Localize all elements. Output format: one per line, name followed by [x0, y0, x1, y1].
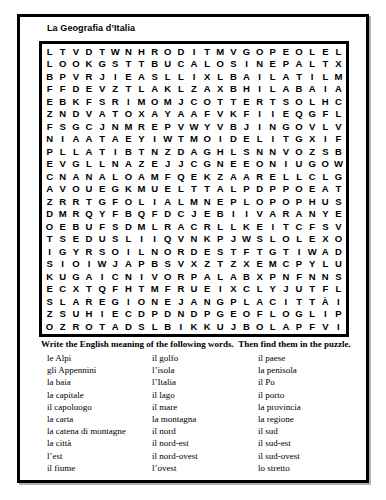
grid-cell: Z [201, 258, 214, 271]
grid-cell: I [96, 308, 109, 321]
grid-cell: O [292, 145, 305, 158]
grid-cell: A [187, 58, 200, 71]
grid-cell: L [122, 233, 135, 246]
grid-cell: I [109, 145, 122, 158]
word-list-item: lo stretto [258, 462, 301, 474]
grid-cell: G [69, 270, 82, 283]
grid-cell: A [96, 108, 109, 121]
grid-cell: J [174, 295, 187, 308]
grid-cell: Z [135, 158, 148, 171]
grid-cell: C [187, 95, 200, 108]
grid-cell: Y [201, 120, 214, 133]
word-list-item: l’est [47, 450, 152, 462]
grid-cell: L [227, 183, 240, 196]
grid-cell: X [306, 133, 319, 146]
grid-cell: T [214, 95, 227, 108]
grid-cell: X [69, 283, 82, 296]
grid-cell: T [292, 295, 305, 308]
grid-cell: Z [227, 258, 240, 271]
grid-cell: X [214, 83, 227, 96]
grid-cell: E [279, 45, 292, 58]
grid-cell: T [214, 258, 227, 271]
grid-cell: U [148, 183, 161, 196]
grid-cell: G [96, 58, 109, 71]
grid-cell: A [82, 145, 95, 158]
grid-cell: X [187, 258, 200, 271]
grid-cell: H [82, 308, 95, 321]
grid-cell: E [161, 295, 174, 308]
grid-cell: I [266, 220, 279, 233]
grid-cell: N [82, 170, 95, 183]
grid-cell: H [214, 145, 227, 158]
word-list-item: la carta [47, 413, 152, 425]
grid-cell: I [319, 133, 332, 146]
grid-cell: L [240, 295, 253, 308]
grid-cell: C [109, 270, 122, 283]
grid-cell: G [292, 308, 305, 321]
grid-cell: M [266, 258, 279, 271]
grid-cell: L [319, 120, 332, 133]
grid-cell: U [332, 258, 345, 271]
grid-cell: Z [43, 308, 56, 321]
word-list-item: la baia [47, 376, 152, 388]
grid-cell: O [253, 158, 266, 171]
grid-cell: F [109, 283, 122, 296]
grid-cell: F [253, 308, 266, 321]
grid-cell: O [161, 45, 174, 58]
grid-cell: U [56, 270, 69, 283]
grid-cell: U [292, 283, 305, 296]
grid-cell: I [279, 295, 292, 308]
grid-cell: N [266, 120, 279, 133]
grid-cell: S [161, 258, 174, 271]
grid-cell: T [109, 108, 122, 121]
grid-cell: S [332, 195, 345, 208]
grid-cell: V [319, 320, 332, 333]
grid-cell: O [122, 195, 135, 208]
grid-cell: M [135, 220, 148, 233]
word-list-item: la regione [258, 413, 301, 425]
grid-cell: M [135, 183, 148, 196]
grid-cell: P [332, 308, 345, 321]
word-list-item: la penisola [258, 364, 301, 376]
grid-cell: L [56, 145, 69, 158]
grid-cell: E [161, 183, 174, 196]
grid-cell: L [174, 195, 187, 208]
grid-cell: T [122, 58, 135, 71]
grid-cell: I [332, 295, 345, 308]
grid-cell: I [148, 133, 161, 146]
grid-cell: F [148, 208, 161, 221]
grid-cell: S [109, 233, 122, 246]
grid-cell: X [319, 233, 332, 246]
grid-cell: B [227, 120, 240, 133]
grid-cell: L [109, 170, 122, 183]
grid-cell: N [148, 145, 161, 158]
grid-cell: V [56, 183, 69, 196]
grid-cell: V [306, 120, 319, 133]
grid-cell: N [56, 108, 69, 121]
grid-cell: L [266, 70, 279, 83]
word-list-item: la montagna [152, 413, 258, 425]
grid-cell: M [148, 170, 161, 183]
grid-cell: A [187, 108, 200, 121]
grid-cell: V [332, 120, 345, 133]
grid-cell: A [82, 133, 95, 146]
grid-cell: C [187, 220, 200, 233]
grid-cell: K [201, 170, 214, 183]
grid-cell: H [135, 45, 148, 58]
grid-cell: P [227, 195, 240, 208]
word-list-item: l’isola [152, 364, 258, 376]
grid-cell: N [266, 145, 279, 158]
word-list-column-3: il paesela penisolail Poil portola provi… [258, 352, 301, 474]
grid-cell: C [266, 295, 279, 308]
grid-cell: Q [135, 208, 148, 221]
grid-cell: L [306, 58, 319, 71]
grid-cell: O [148, 95, 161, 108]
grid-cell: U [214, 320, 227, 333]
word-list-item: il lago [152, 389, 258, 401]
grid-cell: Q [161, 233, 174, 246]
grid-cell: N [43, 133, 56, 146]
grid-cell: L [201, 58, 214, 71]
grid-cell: I [56, 133, 69, 146]
grid-cell: G [109, 183, 122, 196]
word-list-item: l’ovest [152, 462, 258, 474]
grid-cell: H [240, 83, 253, 96]
grid-cell: N [122, 270, 135, 283]
grid-cell: E [148, 120, 161, 133]
grid-cell: V [214, 120, 227, 133]
word-list-item: il sud-est [258, 437, 301, 449]
grid-cell: I [96, 270, 109, 283]
grid-cell: H [122, 283, 135, 296]
grid-cell: W [161, 133, 174, 146]
grid-cell: T [306, 295, 319, 308]
grid-cell: E [306, 233, 319, 246]
word-list-item: il Po [258, 376, 301, 388]
grid-cell: D [122, 220, 135, 233]
grid-cell: T [227, 95, 240, 108]
grid-cell: I [253, 120, 266, 133]
grid-cell: V [332, 220, 345, 233]
grid-cell: T [332, 183, 345, 196]
grid-cell: O [43, 320, 56, 333]
grid-cell: S [319, 220, 332, 233]
grid-cell: L [43, 45, 56, 58]
grid-cell: C [240, 283, 253, 296]
word-list-item: la capitale [47, 389, 152, 401]
word-list-column-1: le Alpigli Appenninila baiala capitaleil… [47, 352, 152, 474]
grid-cell: A [292, 208, 305, 221]
grid-cell: S [109, 58, 122, 71]
grid-cell: L [214, 220, 227, 233]
grid-cell: I [122, 245, 135, 258]
grid-cell: I [253, 83, 266, 96]
grid-cell: J [227, 320, 240, 333]
grid-cell: S [109, 220, 122, 233]
grid-cell: X [240, 258, 253, 271]
grid-cell: F [43, 83, 56, 96]
grid-cell: F [82, 95, 95, 108]
page-title: La Geografia d’Italia [47, 23, 135, 33]
grid-cell: P [214, 233, 227, 246]
grid-cell: L [332, 45, 345, 58]
grid-cell: W [96, 258, 109, 271]
grid-cell: I [148, 233, 161, 246]
grid-cell: F [332, 133, 345, 146]
grid-cell: A [201, 83, 214, 96]
grid-cell: F [56, 83, 69, 96]
grid-cell: I [240, 208, 253, 221]
grid-cell: P [227, 295, 240, 308]
grid-cell: L [306, 95, 319, 108]
grid-cell: B [332, 145, 345, 158]
grid-cell: O [292, 45, 305, 58]
grid-cell: S [227, 58, 240, 71]
grid-cell: L [306, 45, 319, 58]
grid-cell: D [253, 183, 266, 196]
grid-cell: L [96, 158, 109, 171]
word-list-item: il capoluogo [47, 401, 152, 413]
grid-cell: A [161, 195, 174, 208]
grid-cell: P [292, 258, 305, 271]
grid-cell: P [135, 258, 148, 271]
grid-cell: M [56, 208, 69, 221]
grid-cell: R [253, 95, 266, 108]
grid-cell: S [96, 245, 109, 258]
word-list-column-2: il golfol’isolal’Italiail lagoil marela … [152, 352, 258, 474]
word-list-item: il nord-est [152, 437, 258, 449]
grid-cell: O [279, 308, 292, 321]
grid-cell: J [161, 158, 174, 171]
grid-cell: L [253, 283, 266, 296]
grid-cell: X [135, 108, 148, 121]
grid-cell: N [279, 270, 292, 283]
grid-cell: S [319, 145, 332, 158]
grid-cell: E [214, 195, 227, 208]
grid-cell: T [96, 133, 109, 146]
grid-cell: X [227, 283, 240, 296]
grid-cell: Z [109, 83, 122, 96]
grid-cell: G [306, 158, 319, 171]
grid-cell: Y [69, 245, 82, 258]
grid-cell: D [82, 233, 95, 246]
grid-cell: A [279, 83, 292, 96]
grid-cell: A [253, 295, 266, 308]
grid-cell: A [227, 270, 240, 283]
grid-cell: I [109, 70, 122, 83]
grid-cell: B [69, 220, 82, 233]
grid-cell: O [201, 133, 214, 146]
word-list-item: la catena di montagne [47, 425, 152, 437]
grid-cell: O [214, 58, 227, 71]
grid-cell: N [109, 158, 122, 171]
grid-cell: L [266, 308, 279, 321]
grid-cell: Z [43, 195, 56, 208]
instruction-text: Write the English meaning of the followi… [41, 339, 351, 349]
grid-cell: T [82, 283, 95, 296]
grid-cell: R [82, 295, 95, 308]
word-list-item: le Alpi [47, 352, 152, 364]
word-list-item: il fiume [47, 462, 152, 474]
grid-cell: L [279, 170, 292, 183]
grid-cell: A [201, 270, 214, 283]
grid-cell: N [187, 233, 200, 246]
grid-cell: C [122, 308, 135, 321]
grid-cell: T [201, 183, 214, 196]
grid-cell: K [227, 108, 240, 121]
grid-cell: O [332, 233, 345, 246]
grid-cell: I [43, 245, 56, 258]
grid-cell: E [109, 308, 122, 321]
grid-cell: O [82, 320, 95, 333]
grid-cell: C [174, 208, 187, 221]
grid-cell: T [96, 320, 109, 333]
grid-cell: N [214, 158, 227, 171]
grid-cell: X [332, 58, 345, 71]
grid-cell: F [292, 270, 305, 283]
word-list-item: il golfo [152, 352, 258, 364]
grid-cell: A [148, 108, 161, 121]
grid-cell: K [240, 220, 253, 233]
grid-cell: J [96, 120, 109, 133]
grid-cell: S [56, 120, 69, 133]
grid-cell: E [227, 308, 240, 321]
grid-cell: N [56, 170, 69, 183]
grid-cell: F [43, 120, 56, 133]
grid-cell: B [122, 208, 135, 221]
grid-cell: I [214, 133, 227, 146]
grid-cell: F [109, 208, 122, 221]
grid-cell: E [227, 158, 240, 171]
grid-cell: S [214, 245, 227, 258]
grid-cell: R [135, 120, 148, 133]
grid-cell: G [214, 308, 227, 321]
grid-cell: O [161, 270, 174, 283]
grid-cell: A [122, 158, 135, 171]
grid-cell: T [174, 133, 187, 146]
grid-cell: D [332, 245, 345, 258]
grid-cell: L [135, 195, 148, 208]
grid-cell: Q [174, 170, 187, 183]
grid-cell: D [174, 145, 187, 158]
grid-cell: G [69, 158, 82, 171]
grid-cell: K [69, 95, 82, 108]
word-list-item: il mare [152, 401, 258, 413]
grid-cell: T [292, 70, 305, 83]
grid-cell: T [201, 45, 214, 58]
worksheet-page: La Geografia d’Italia LTVDTWNHRODITMVGOP… [17, 14, 369, 483]
grid-cell: L [306, 308, 319, 321]
grid-cell: T [135, 283, 148, 296]
grid-cell: P [279, 183, 292, 196]
grid-cell: A [135, 170, 148, 183]
grid-cell: L [69, 145, 82, 158]
grid-cell: T [253, 245, 266, 258]
grid-cell: G [201, 145, 214, 158]
grid-cell: L [148, 220, 161, 233]
grid-cell: I [227, 208, 240, 221]
grid-cell: D [187, 308, 200, 321]
grid-cell: Q [96, 283, 109, 296]
grid-cell: M [161, 95, 174, 108]
grid-cell: B [43, 70, 56, 83]
grid-cell: M [332, 70, 345, 83]
grid-cell: U [82, 183, 95, 196]
grid-cell: J [109, 258, 122, 271]
grid-cell: Y [319, 208, 332, 221]
grid-cell: A [240, 70, 253, 83]
grid-cell: G [266, 245, 279, 258]
grid-cell: A [96, 170, 109, 183]
grid-cell: A [240, 170, 253, 183]
grid-cell: O [201, 95, 214, 108]
grid-cell: N [306, 270, 319, 283]
grid-cell: A [122, 258, 135, 271]
grid-cell: K [201, 320, 214, 333]
grid-cell: Z [187, 83, 200, 96]
grid-cell: E [253, 220, 266, 233]
grid-cell: B [148, 58, 161, 71]
grid-cell: P [266, 45, 279, 58]
grid-cell: R [82, 245, 95, 258]
grid-cell: S [279, 95, 292, 108]
grid-cell: J [96, 70, 109, 83]
grid-cell: I [56, 258, 69, 271]
grid-cell: A [69, 295, 82, 308]
grid-cell: T [279, 133, 292, 146]
grid-cell: T [96, 145, 109, 158]
grid-cell: I [174, 320, 187, 333]
grid-cell: K [187, 320, 200, 333]
grid-cell: A [306, 83, 319, 96]
grid-cell: P [292, 195, 305, 208]
grid-cell: L [174, 70, 187, 83]
word-search-grid: LTVDTWNHRODITMVGOPEOLELLOOKGSTTBUCALOSIN… [39, 41, 349, 337]
grid-cell: L [319, 170, 332, 183]
grid-cell: T [227, 245, 240, 258]
grid-cell: L [82, 158, 95, 171]
word-list-item: gli Appennini [47, 364, 152, 376]
grid-cell: O [122, 170, 135, 183]
grid-cell: M [214, 45, 227, 58]
grid-cell: A [319, 183, 332, 196]
grid-cell: Y [306, 258, 319, 271]
grid-cell: L [135, 83, 148, 96]
grid-cell: B [56, 95, 69, 108]
grid-cell: I [253, 108, 266, 121]
grid-cell: J [187, 208, 200, 221]
grid-cell: N [306, 208, 319, 221]
grid-cell: I [82, 258, 95, 271]
grid-cell: S [96, 95, 109, 108]
grid-cell: N [148, 245, 161, 258]
grid-cell: G [214, 295, 227, 308]
grid-cell: D [69, 108, 82, 121]
grid-cell: L [292, 170, 305, 183]
grid-cell: G [279, 120, 292, 133]
grid-cell: X [253, 270, 266, 283]
grid-cell: D [187, 245, 200, 258]
grid-cell: L [292, 233, 305, 246]
grid-cell: G [332, 170, 345, 183]
grid-cell: R [279, 208, 292, 221]
grid-cell: E [266, 58, 279, 71]
grid-cell: A [69, 170, 82, 183]
grid-cell: L [266, 233, 279, 246]
